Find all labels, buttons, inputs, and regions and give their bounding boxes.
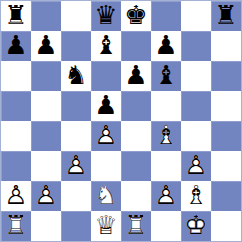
black-pawn: ♟ <box>91 91 121 121</box>
black-pawn: ♟ <box>121 61 151 91</box>
square-c6[interactable]: ♞ <box>61 61 91 91</box>
square-h6[interactable] <box>211 61 241 91</box>
square-b5[interactable] <box>31 91 61 121</box>
black-rook: ♜ <box>211 1 241 31</box>
black-king: ♚ <box>121 1 151 31</box>
white-pawn: ♟♙ <box>91 121 121 151</box>
square-g5[interactable] <box>181 91 211 121</box>
black-bishop: ♝ <box>151 61 181 91</box>
square-f5[interactable] <box>151 91 181 121</box>
white-bishop: ♝♗ <box>181 181 211 211</box>
black-knight: ♞ <box>61 61 91 91</box>
square-d5[interactable]: ♟ <box>91 91 121 121</box>
square-c3[interactable]: ♟♙ <box>61 151 91 181</box>
square-a6[interactable] <box>1 61 31 91</box>
black-pawn: ♟ <box>151 31 181 61</box>
square-e1[interactable]: ♜♖ <box>121 211 151 241</box>
square-a7[interactable]: ♟ <box>1 31 31 61</box>
square-b3[interactable] <box>31 151 61 181</box>
square-g4[interactable] <box>181 121 211 151</box>
white-pawn: ♟♙ <box>181 151 211 181</box>
chess-board: ♜♛♚♜♟♟♝♟♞♟♝♟♟♙♝♗♟♙♟♙♟♙♟♙♞♘♟♙♝♗♜♖♛♕♜♖♚♔ <box>0 0 242 242</box>
square-h3[interactable] <box>211 151 241 181</box>
square-d1[interactable]: ♛♕ <box>91 211 121 241</box>
square-e8[interactable]: ♚ <box>121 1 151 31</box>
black-pawn: ♟ <box>1 31 31 61</box>
black-queen: ♛ <box>91 1 121 31</box>
white-king: ♚♔ <box>181 211 211 241</box>
square-d6[interactable] <box>91 61 121 91</box>
square-a1[interactable]: ♜♖ <box>1 211 31 241</box>
white-rook: ♜♖ <box>1 211 31 241</box>
square-d2[interactable]: ♞♘ <box>91 181 121 211</box>
square-e4[interactable] <box>121 121 151 151</box>
square-f6[interactable]: ♝ <box>151 61 181 91</box>
square-a8[interactable]: ♜ <box>1 1 31 31</box>
square-f8[interactable] <box>151 1 181 31</box>
square-f2[interactable]: ♟♙ <box>151 181 181 211</box>
square-e5[interactable] <box>121 91 151 121</box>
square-e6[interactable]: ♟ <box>121 61 151 91</box>
square-f7[interactable]: ♟ <box>151 31 181 61</box>
square-g2[interactable]: ♝♗ <box>181 181 211 211</box>
square-e3[interactable] <box>121 151 151 181</box>
square-b8[interactable] <box>31 1 61 31</box>
square-h7[interactable] <box>211 31 241 61</box>
square-g6[interactable] <box>181 61 211 91</box>
square-a2[interactable]: ♟♙ <box>1 181 31 211</box>
square-d3[interactable] <box>91 151 121 181</box>
square-c1[interactable] <box>61 211 91 241</box>
square-d4[interactable]: ♟♙ <box>91 121 121 151</box>
square-g3[interactable]: ♟♙ <box>181 151 211 181</box>
square-h8[interactable]: ♜ <box>211 1 241 31</box>
white-pawn: ♟♙ <box>61 151 91 181</box>
square-a4[interactable] <box>1 121 31 151</box>
square-c7[interactable] <box>61 31 91 61</box>
square-d7[interactable]: ♝ <box>91 31 121 61</box>
white-pawn: ♟♙ <box>151 181 181 211</box>
square-d8[interactable]: ♛ <box>91 1 121 31</box>
black-pawn: ♟ <box>31 31 61 61</box>
square-f3[interactable] <box>151 151 181 181</box>
square-h4[interactable] <box>211 121 241 151</box>
square-h1[interactable] <box>211 211 241 241</box>
black-bishop: ♝ <box>91 31 121 61</box>
square-h5[interactable] <box>211 91 241 121</box>
white-knight: ♞♘ <box>91 181 121 211</box>
square-a5[interactable] <box>1 91 31 121</box>
square-b7[interactable]: ♟ <box>31 31 61 61</box>
white-pawn: ♟♙ <box>31 181 61 211</box>
square-c8[interactable] <box>61 1 91 31</box>
square-f4[interactable]: ♝♗ <box>151 121 181 151</box>
square-b2[interactable]: ♟♙ <box>31 181 61 211</box>
square-g1[interactable]: ♚♔ <box>181 211 211 241</box>
black-rook: ♜ <box>1 1 31 31</box>
square-c2[interactable] <box>61 181 91 211</box>
square-a3[interactable] <box>1 151 31 181</box>
square-b4[interactable] <box>31 121 61 151</box>
square-g8[interactable] <box>181 1 211 31</box>
square-f1[interactable] <box>151 211 181 241</box>
square-c5[interactable] <box>61 91 91 121</box>
white-queen: ♛♕ <box>91 211 121 241</box>
white-bishop: ♝♗ <box>151 121 181 151</box>
square-e2[interactable] <box>121 181 151 211</box>
square-e7[interactable] <box>121 31 151 61</box>
white-pawn: ♟♙ <box>1 181 31 211</box>
square-b1[interactable] <box>31 211 61 241</box>
white-rook: ♜♖ <box>121 211 151 241</box>
square-g7[interactable] <box>181 31 211 61</box>
square-b6[interactable] <box>31 61 61 91</box>
square-c4[interactable] <box>61 121 91 151</box>
square-h2[interactable] <box>211 181 241 211</box>
